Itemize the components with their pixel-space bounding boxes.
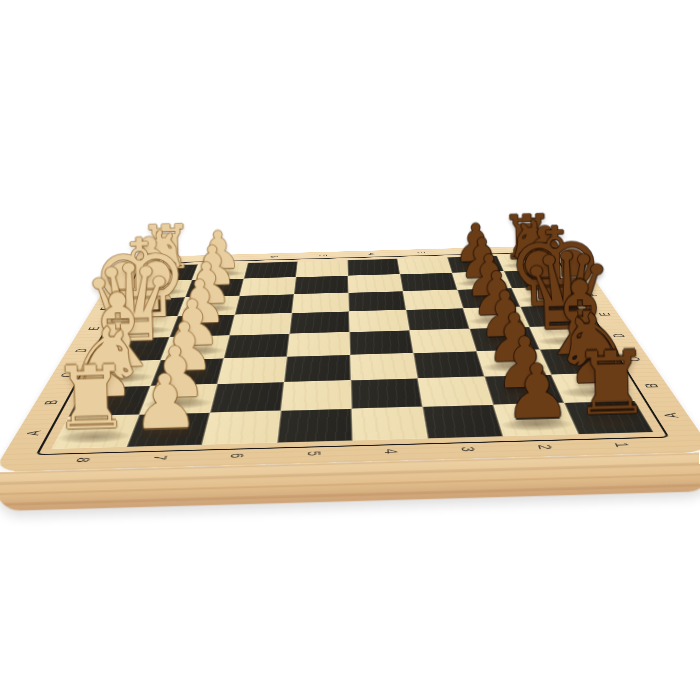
rank-label-far-7: 7 [216, 255, 232, 260]
rank-label-far-3: 3 [413, 250, 429, 255]
piece-black-rook-a1: ♜ [536, 338, 687, 429]
perspective-scene: 8765432187654321ABCDEFGHABCDEFGH ♜♟♟♜♞♟♟… [0, 0, 700, 700]
rank-label-far-2: 2 [462, 249, 479, 254]
photo-canvas: 8765432187654321ABCDEFGHABCDEFGH ♜♟♟♜♞♟♟… [0, 0, 700, 700]
pawn-glyph: ♟ [131, 365, 200, 440]
rank-label-far-4: 4 [364, 251, 379, 256]
pieces-layer: ♜♟♟♜♞♟♟♞♝♟♟♝♚♟♟♚♛♟♟♛♝♟♟♝♞♟♟♞♜♟♟♜ [0, 245, 700, 472]
rook-glyph: ♜ [571, 341, 651, 428]
chessboard: 8765432187654321ABCDEFGHABCDEFGH ♜♟♟♜♞♟♟… [0, 245, 700, 472]
scene-tilt: 8765432187654321ABCDEFGHABCDEFGH ♜♟♟♜♞♟♟… [0, 0, 700, 700]
rank-label-far-5: 5 [315, 253, 330, 258]
piece-white-pawn-a7: ♟ [90, 363, 241, 442]
rank-label-far-6: 6 [266, 254, 282, 259]
